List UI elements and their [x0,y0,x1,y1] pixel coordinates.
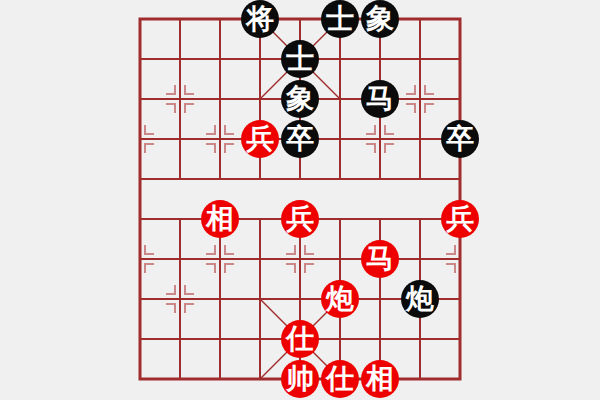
piece-black-soldier[interactable]: 卒 [281,120,319,158]
piece-red-soldier[interactable]: 兵 [441,200,479,238]
piece-red-advisor[interactable]: 仕 [321,360,359,398]
piece-red-soldier[interactable]: 兵 [281,200,319,238]
piece-black-advisor[interactable]: 士 [321,0,359,38]
piece-black-elephant[interactable]: 象 [361,0,399,38]
piece-black-cannon[interactable]: 炮 [401,280,439,318]
piece-black-horse[interactable]: 马 [361,80,399,118]
piece-red-soldier[interactable]: 兵 [241,120,279,158]
piece-red-advisor[interactable]: 仕 [281,320,319,358]
piece-red-elephant[interactable]: 相 [201,200,239,238]
piece-black-general[interactable]: 将 [241,0,279,38]
piece-black-soldier[interactable]: 卒 [441,120,479,158]
piece-black-advisor[interactable]: 士 [281,40,319,78]
piece-red-general[interactable]: 帅 [281,360,319,398]
piece-black-elephant[interactable]: 象 [281,80,319,118]
xiangqi-board: 将士象士象马卒卒炮兵相兵兵马炮仕帅仕相 [0,0,600,400]
pieces-layer: 将士象士象马卒卒炮兵相兵兵马炮仕帅仕相 [0,0,600,400]
piece-red-horse[interactable]: 马 [361,240,399,278]
piece-red-cannon[interactable]: 炮 [321,280,359,318]
piece-red-elephant[interactable]: 相 [361,360,399,398]
